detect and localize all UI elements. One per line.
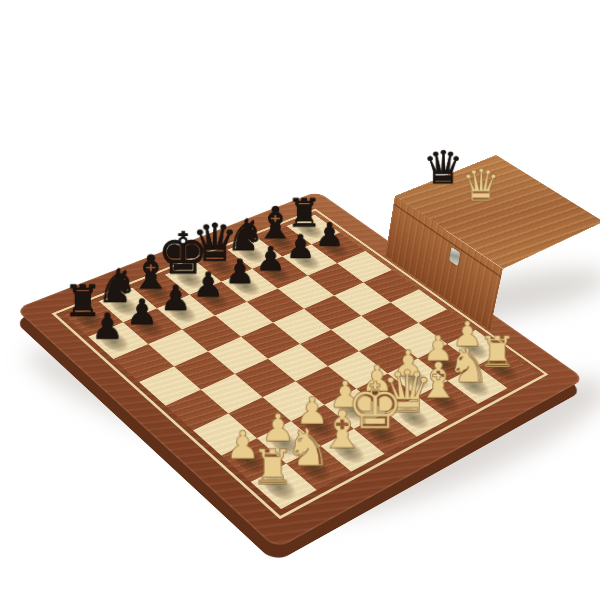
spare-white-queen: ♛ (453, 163, 510, 207)
table-plane: ♜♟♟♜♝♟♟♞♞♟♟♝♛♟♟♛♚♟♟♚♝♟♟♝♞♟♟♞♜♟♟♜ ♛♛ (15, 191, 585, 549)
white-rook-h1: ♜ (215, 443, 330, 491)
black-pawn-h7: ♟ (55, 309, 159, 345)
chess-set-photo: ♜♟♟♜♝♟♟♞♞♟♟♝♛♟♟♛♚♟♟♚♝♟♟♝♞♟♟♞♜♟♟♜ ♛♛ (0, 0, 600, 600)
box-clasp-emblem (449, 247, 460, 267)
stage: ♜♟♟♜♝♟♟♞♞♟♟♝♛♟♟♛♚♟♟♚♝♟♟♝♞♟♟♞♜♟♟♜ ♛♛ (0, 0, 600, 600)
